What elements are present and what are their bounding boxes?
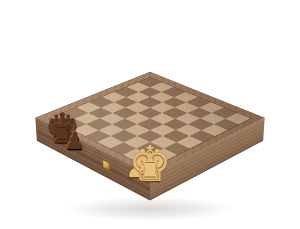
brass-clasp-icon[interactable] [102, 159, 110, 171]
white-rook[interactable]: ♜ [136, 156, 164, 188]
black-pawn[interactable]: ♟ [65, 129, 86, 152]
product-photo: ♜♞♝♛♚♝♞♜♟♟♟♟♟♟♟♟♟♟♟♟♟♟♟♟♜♞♝♛♚♝♞♜ [0, 0, 300, 229]
